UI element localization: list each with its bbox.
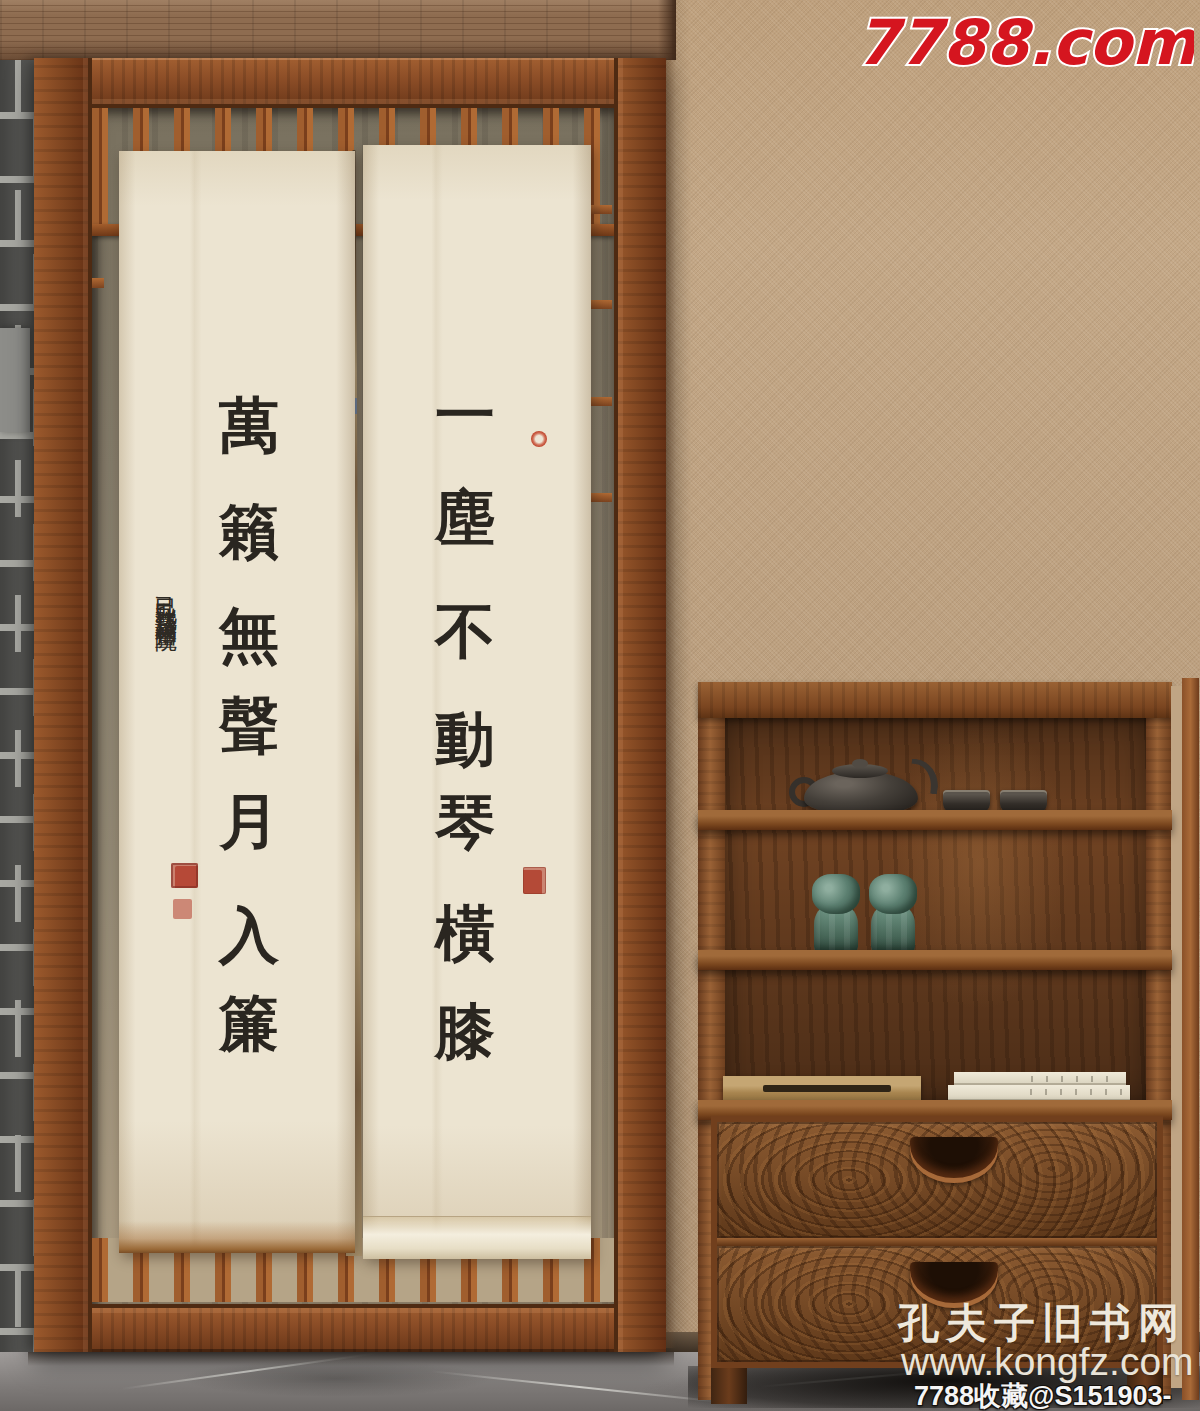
cabinet-drawer-top [717,1122,1157,1238]
clay-teapot [796,762,936,816]
teapot-knob [852,759,868,768]
site-watermark-text: 7788.com [858,6,1194,79]
wall-grey-patch [0,328,30,432]
lattice-crossbar [590,493,612,502]
calligraphy-char: 無 [213,597,285,673]
calligraphy-char: 橫 [429,895,501,971]
calligraphy-char: 萬 [213,387,285,463]
tray-slot [763,1085,891,1092]
collection-stamp-watermark: 7788收藏@S151903-2023.04.06 [914,1378,1200,1411]
cabinet-shelf [698,810,1172,830]
calligraphy-char: 琴 [429,785,501,861]
site-watermark-7788: 7788.com [858,0,1194,88]
ceiling-beam [0,0,676,60]
cabinet-shelf [698,950,1172,970]
cabinet-side-frame [1182,678,1199,1400]
calligraphy-char: 一 [429,377,501,453]
lattice-crossbar [590,397,612,406]
calligraphy-char: 簾 [213,985,285,1061]
book [948,1085,1130,1101]
frame-rail-bottom [34,1304,666,1352]
book [954,1072,1126,1085]
frame-rail-left [34,58,92,1352]
calligraphy-char: 膝 [429,993,501,1069]
calligraphy-char: 聲 [213,687,285,763]
artist-seal [171,863,198,888]
frame-rail-right [614,58,666,1352]
calligraphy-char: 入 [213,897,285,973]
couplet-right-scroll: 一 塵 不 動 琴 橫 膝 [363,145,591,1259]
foo-dog-head [812,874,860,914]
collector-seal-round [531,431,547,447]
foo-dog-figurine [808,874,864,954]
calligraphy-char: 塵 [429,479,501,555]
foo-dog-figurine [865,874,921,954]
marble-vein [431,1370,730,1403]
artist-signature: 己巳九秋沈覲壽於福州畫院 [145,579,181,895]
drawer-divider [717,1238,1157,1246]
cabinet-back-panel [722,714,1150,1106]
collector-seal-square [523,867,546,894]
lattice-crossbar [92,278,104,288]
frame-floor-shadow [28,1352,674,1366]
artist-seal-faint [173,899,192,919]
cabinet-side-gap [1171,686,1182,1388]
foo-dog-head [869,874,917,914]
lattice-crossbar [590,205,612,214]
couplet-left-scroll: 萬 籟 無 聲 月 入 簾 己巳九秋沈覲壽於福州畫院 [119,151,355,1253]
lattice-crossbar [590,300,612,309]
book-stack [948,1072,1130,1102]
drawer-handle [910,1137,998,1183]
calligraphy-char: 不 [429,593,501,669]
calligraphy-char: 籟 [213,493,285,569]
teapot-body [804,772,918,814]
cabinet-top-rail [698,682,1172,718]
calligraphy-char: 月 [213,783,285,859]
frame-rail-top [34,58,666,108]
collectible-photo-scene: 萬 籟 無 聲 月 入 簾 己巳九秋沈覲壽於福州畫院 一 塵 不 動 琴 橫 膝 [0,0,1200,1411]
calligraphy-char: 動 [429,701,501,777]
cabinet-leg [711,1368,747,1404]
